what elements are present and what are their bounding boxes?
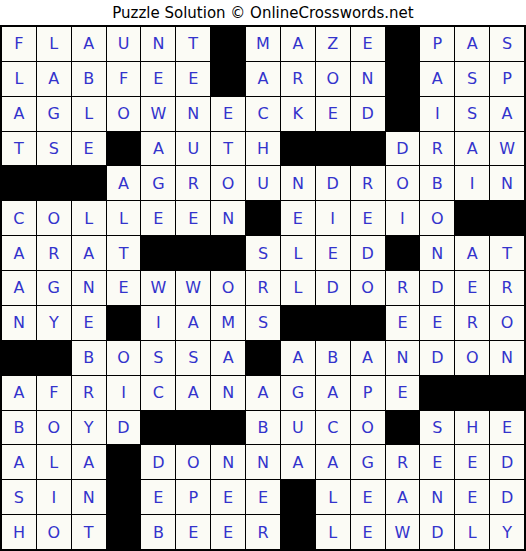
cell-letter: U <box>257 174 269 193</box>
cell-letter: N <box>222 209 234 228</box>
black-cell-r14c9 <box>281 480 315 514</box>
grid-cell-r3c5: W <box>141 97 175 131</box>
grid-cell-r1c15: S <box>490 27 524 61</box>
cell-letter: C <box>257 104 268 123</box>
grid-cell-r6c6: E <box>176 201 210 235</box>
cell-letter: E <box>223 488 233 507</box>
cell-letter: E <box>153 69 163 88</box>
cell-letter: Y <box>502 523 512 542</box>
cell-letter: F <box>119 69 128 88</box>
grid-cell-r11c9: G <box>281 376 315 410</box>
grid-cell-r3c4: O <box>107 97 141 131</box>
cell-letter: S <box>14 488 24 507</box>
black-cell-r12c7 <box>211 411 245 445</box>
cell-letter: E <box>258 488 268 507</box>
cell-letter: H <box>466 418 478 437</box>
cell-letter: E <box>328 104 338 123</box>
grid-cell-r14c2: I <box>37 480 71 514</box>
grid-cell-r5c15: N <box>490 166 524 200</box>
grid-cell-r5c9: N <box>281 166 315 200</box>
grid-cell-r1c8: M <box>246 27 280 61</box>
cell-letter: E <box>153 209 163 228</box>
cell-letter: E <box>153 488 163 507</box>
grid-cell-r9c8: S <box>246 306 280 340</box>
cell-letter: H <box>257 139 269 158</box>
cell-letter: O <box>187 453 200 472</box>
grid-cell-r3c15: A <box>490 97 524 131</box>
black-cell-r6c15 <box>490 201 524 235</box>
grid-cell-r3c7: E <box>211 97 245 131</box>
grid-cell-r14c15: D <box>490 480 524 514</box>
grid-cell-r13c12: R <box>386 445 420 479</box>
cell-letter: Z <box>327 34 338 53</box>
grid-cell-r5c7: O <box>211 166 245 200</box>
cell-letter: P <box>502 69 512 88</box>
grid-cell-r7c14: A <box>455 236 489 270</box>
grid-cell-r5c14: I <box>455 166 489 200</box>
cell-letter: I <box>435 104 440 123</box>
grid-cell-r12c14: H <box>455 411 489 445</box>
cell-letter: W <box>395 523 411 542</box>
cell-letter: R <box>292 69 303 88</box>
cell-letter: A <box>258 383 269 402</box>
grid-cell-r14c5: E <box>141 480 175 514</box>
cell-letter: A <box>13 383 24 402</box>
cell-letter: O <box>117 104 130 123</box>
grid-cell-r10c11: A <box>351 341 385 375</box>
grid-cell-r10c7: A <box>211 341 245 375</box>
cell-letter: D <box>117 418 129 437</box>
grid-cell-r13c2: L <box>37 445 71 479</box>
cell-letter: N <box>83 488 95 507</box>
grid-cell-r12c9: U <box>281 411 315 445</box>
grid-cell-r5c13: B <box>420 166 454 200</box>
cell-letter: B <box>432 174 443 193</box>
cell-letter: M <box>256 34 270 53</box>
grid-cell-r10c15: N <box>490 341 524 375</box>
grid-cell-r8c14: E <box>455 271 489 305</box>
grid-cell-r13c3: A <box>72 445 106 479</box>
grid-cell-r8c15: R <box>490 271 524 305</box>
cell-letter: E <box>397 313 407 332</box>
cell-letter: I <box>51 488 56 507</box>
cell-letter: E <box>84 313 94 332</box>
grid-cell-r9c1: N <box>2 306 36 340</box>
cell-letter: E <box>188 209 198 228</box>
cell-letter: L <box>84 104 93 123</box>
grid-cell-r8c8: R <box>246 271 280 305</box>
cell-letter: R <box>83 383 94 402</box>
grid-cell-r5c10: D <box>316 166 350 200</box>
grid-cell-r11c8: A <box>246 376 280 410</box>
grid-cell-r1c13: P <box>420 27 454 61</box>
cell-letter: N <box>13 313 25 332</box>
cell-letter: E <box>432 453 442 472</box>
grid-cell-r11c12: E <box>386 376 420 410</box>
grid-cell-r2c11: N <box>351 62 385 96</box>
cell-letter: L <box>49 453 58 472</box>
cell-letter: R <box>397 278 408 297</box>
cell-letter: S <box>49 139 59 158</box>
cell-letter: P <box>188 488 198 507</box>
cell-letter: O <box>222 174 235 193</box>
grid-cell-r14c6: P <box>176 480 210 514</box>
grid-cell-r7c10: E <box>316 236 350 270</box>
black-cell-r14c4 <box>107 480 141 514</box>
grid-cell-r4c7: T <box>211 132 245 166</box>
grid-cell-r4c13: R <box>420 132 454 166</box>
cell-letter: L <box>293 244 302 263</box>
cell-letter: R <box>501 278 512 297</box>
grid-cell-r5c8: U <box>246 166 280 200</box>
cell-letter: B <box>13 418 24 437</box>
grid-cell-r2c14: S <box>455 62 489 96</box>
cell-letter: M <box>221 313 235 332</box>
cell-letter: L <box>293 278 302 297</box>
cell-letter: A <box>13 104 24 123</box>
cell-letter: I <box>121 383 126 402</box>
cell-letter: N <box>431 244 443 263</box>
grid-cell-r4c1: T <box>2 132 36 166</box>
cell-letter: A <box>397 488 408 507</box>
grid-cell-r8c1: A <box>2 271 36 305</box>
cell-letter: A <box>502 104 513 123</box>
grid-cell-r11c6: A <box>176 376 210 410</box>
cell-letter: O <box>431 209 444 228</box>
cell-letter: E <box>223 104 233 123</box>
grid-cell-r4c6: U <box>176 132 210 166</box>
cell-letter: T <box>188 34 198 53</box>
grid-cell-r13c7: N <box>211 445 245 479</box>
grid-cell-r11c7: N <box>211 376 245 410</box>
grid-cell-r6c9: E <box>281 201 315 235</box>
cell-letter: B <box>327 348 338 367</box>
cell-letter: T <box>14 139 24 158</box>
cell-letter: N <box>501 348 513 367</box>
cell-letter: C <box>13 209 24 228</box>
grid-cell-r3c8: C <box>246 97 280 131</box>
grid-cell-r11c3: R <box>72 376 106 410</box>
cell-letter: L <box>328 523 337 542</box>
cell-letter: E <box>328 244 338 263</box>
grid-cell-r2c1: L <box>2 62 36 96</box>
cell-letter: T <box>223 139 233 158</box>
grid-cell-r13c10: A <box>316 445 350 479</box>
cell-letter: R <box>432 139 443 158</box>
grid-cell-r8c4: E <box>107 271 141 305</box>
cell-letter: I <box>156 313 161 332</box>
grid-cell-r14c14: E <box>455 480 489 514</box>
cell-letter: N <box>396 348 408 367</box>
cell-letter: S <box>467 69 477 88</box>
cell-letter: C <box>327 418 338 437</box>
cell-letter: D <box>501 488 513 507</box>
grid-cell-r2c8: A <box>246 62 280 96</box>
cell-letter: D <box>361 244 373 263</box>
grid-cell-r15c3: T <box>72 515 106 549</box>
grid-cell-r7c4: T <box>107 236 141 270</box>
grid-cell-r12c4: D <box>107 411 141 445</box>
grid-cell-r15c6: E <box>176 515 210 549</box>
grid-cell-r15c10: L <box>316 515 350 549</box>
grid-cell-r11c1: A <box>2 376 36 410</box>
black-cell-r6c8 <box>246 201 280 235</box>
grid-cell-r15c15: Y <box>490 515 524 549</box>
cell-letter: O <box>117 348 130 367</box>
cell-letter: L <box>49 34 58 53</box>
cell-letter: A <box>118 174 129 193</box>
grid-cell-r14c10: L <box>316 480 350 514</box>
grid-cell-r10c10: B <box>316 341 350 375</box>
black-cell-r6c14 <box>455 201 489 235</box>
cell-letter: O <box>47 523 60 542</box>
grid-cell-r13c6: O <box>176 445 210 479</box>
grid-cell-r4c12: D <box>386 132 420 166</box>
cell-letter: P <box>363 383 373 402</box>
cell-letter: S <box>502 34 512 53</box>
cell-letter: R <box>397 453 408 472</box>
grid-cell-r9c2: Y <box>37 306 71 340</box>
grid-cell-r7c15: T <box>490 236 524 270</box>
cell-letter: W <box>150 104 166 123</box>
black-cell-r7c6 <box>176 236 210 270</box>
cell-letter: I <box>330 209 335 228</box>
grid-cell-r8c6: W <box>176 271 210 305</box>
cell-letter: D <box>431 348 443 367</box>
cell-letter: N <box>292 174 304 193</box>
black-cell-r4c4 <box>107 132 141 166</box>
cell-letter: E <box>467 278 477 297</box>
black-cell-r10c1 <box>2 341 36 375</box>
grid-cell-r6c11: E <box>351 201 385 235</box>
grid-cell-r2c4: F <box>107 62 141 96</box>
grid-cell-r1c14: A <box>455 27 489 61</box>
grid-cell-r1c5: N <box>141 27 175 61</box>
grid-cell-r6c5: E <box>141 201 175 235</box>
cell-letter: A <box>292 34 303 53</box>
cell-letter: E <box>467 488 477 507</box>
grid-cell-r1c4: U <box>107 27 141 61</box>
grid-cell-r9c6: A <box>176 306 210 340</box>
cell-letter: U <box>187 139 199 158</box>
grid-cell-r10c14: O <box>455 341 489 375</box>
grid-cell-r15c12: W <box>386 515 420 549</box>
grid-cell-r9c3: E <box>72 306 106 340</box>
cell-letter: D <box>431 523 443 542</box>
grid-cell-r8c5: W <box>141 271 175 305</box>
black-cell-r11c15 <box>490 376 524 410</box>
grid-cell-r14c12: A <box>386 480 420 514</box>
cell-letter: A <box>83 453 94 472</box>
cell-letter: S <box>258 313 268 332</box>
grid-cell-r11c11: P <box>351 376 385 410</box>
cell-letter: N <box>362 69 374 88</box>
grid-cell-r6c3: L <box>72 201 106 235</box>
cell-letter: O <box>466 348 479 367</box>
black-cell-r10c2 <box>37 341 71 375</box>
grid-cell-r11c4: I <box>107 376 141 410</box>
grid-cell-r4c15: W <box>490 132 524 166</box>
cell-letter: O <box>47 209 60 228</box>
black-cell-r9c11 <box>351 306 385 340</box>
cell-letter: O <box>326 69 339 88</box>
grid-cell-r15c1: H <box>2 515 36 549</box>
black-cell-r12c6 <box>176 411 210 445</box>
grid-cell-r3c2: G <box>37 97 71 131</box>
cell-letter: N <box>431 488 443 507</box>
grid-cell-r3c9: K <box>281 97 315 131</box>
cell-letter: R <box>48 244 59 263</box>
black-cell-r9c4 <box>107 306 141 340</box>
grid-cell-r9c5: I <box>141 306 175 340</box>
cell-letter: H <box>13 523 25 542</box>
cell-letter: A <box>327 453 338 472</box>
cell-letter: O <box>501 313 514 332</box>
grid-cell-r6c1: C <box>2 201 36 235</box>
grid-cell-r1c11: E <box>351 27 385 61</box>
grid-cell-r7c8: S <box>246 236 280 270</box>
grid-cell-r10c12: N <box>386 341 420 375</box>
cell-letter: N <box>501 174 513 193</box>
grid-cell-r2c6: E <box>176 62 210 96</box>
black-cell-r13c4 <box>107 445 141 479</box>
black-cell-r5c2 <box>37 166 71 200</box>
grid-cell-r14c7: E <box>211 480 245 514</box>
cell-letter: A <box>223 348 234 367</box>
cell-letter: E <box>467 453 477 472</box>
cell-letter: A <box>188 383 199 402</box>
cell-letter: G <box>361 453 373 472</box>
cell-letter: P <box>433 34 443 53</box>
grid-cell-r3c11: D <box>351 97 385 131</box>
cell-letter: A <box>292 453 303 472</box>
cell-letter: E <box>84 139 94 158</box>
grid-cell-r15c13: D <box>420 515 454 549</box>
cell-letter: E <box>188 69 198 88</box>
black-cell-r1c7 <box>211 27 245 61</box>
black-cell-r4c11 <box>351 132 385 166</box>
grid-cell-r12c8: B <box>246 411 280 445</box>
cell-letter: A <box>467 244 478 263</box>
cell-letter: T <box>119 244 129 263</box>
crossword-grid: FLAUNTMAZEPASLABFEEARONASPAGLOWNECKEDISA… <box>0 25 526 551</box>
grid-cell-r2c10: O <box>316 62 350 96</box>
grid-cell-r3c3: L <box>72 97 106 131</box>
cell-letter: D <box>152 453 164 472</box>
cell-letter: L <box>328 488 337 507</box>
cell-letter: A <box>13 244 24 263</box>
cell-letter: E <box>223 523 233 542</box>
cell-letter: S <box>258 244 268 263</box>
cell-letter: E <box>363 523 373 542</box>
cell-letter: T <box>502 244 512 263</box>
grid-cell-r8c11: O <box>351 271 385 305</box>
black-cell-r2c7 <box>211 62 245 96</box>
grid-cell-r8c9: L <box>281 271 315 305</box>
grid-cell-r12c15: E <box>490 411 524 445</box>
black-cell-r3c12 <box>386 97 420 131</box>
grid-cell-r9c13: E <box>420 306 454 340</box>
cell-letter: L <box>468 523 477 542</box>
cell-letter: W <box>150 278 166 297</box>
black-cell-r7c5 <box>141 236 175 270</box>
cell-letter: G <box>48 278 60 297</box>
black-cell-r4c10 <box>316 132 350 166</box>
grid-cell-r2c13: A <box>420 62 454 96</box>
grid-cell-r4c3: E <box>72 132 106 166</box>
grid-cell-r4c2: S <box>37 132 71 166</box>
cell-letter: K <box>293 104 304 123</box>
cell-letter: N <box>187 104 199 123</box>
grid-cell-r15c14: L <box>455 515 489 549</box>
black-cell-r9c9 <box>281 306 315 340</box>
grid-cell-r6c12: I <box>386 201 420 235</box>
cell-letter: O <box>222 278 235 297</box>
grid-cell-r7c3: A <box>72 236 106 270</box>
cell-letter: O <box>361 278 374 297</box>
cell-letter: R <box>188 174 199 193</box>
cell-letter: B <box>83 69 94 88</box>
grid-cell-r12c2: O <box>37 411 71 445</box>
grid-cell-r5c12: O <box>386 166 420 200</box>
grid-cell-r6c4: L <box>107 201 141 235</box>
black-cell-r15c4 <box>107 515 141 549</box>
cell-letter: L <box>14 69 23 88</box>
cell-letter: E <box>118 278 128 297</box>
cell-letter: L <box>84 209 93 228</box>
grid-cell-r5c6: R <box>176 166 210 200</box>
cell-letter: A <box>432 69 443 88</box>
cell-letter: A <box>467 139 478 158</box>
grid-cell-r12c10: C <box>316 411 350 445</box>
grid-cell-r8c13: D <box>420 271 454 305</box>
grid-cell-r6c7: N <box>211 201 245 235</box>
black-cell-r5c3 <box>72 166 106 200</box>
cell-letter: E <box>363 34 373 53</box>
grid-cell-r10c4: O <box>107 341 141 375</box>
cell-letter: I <box>400 209 405 228</box>
cell-letter: E <box>363 209 373 228</box>
cell-letter: U <box>118 34 130 53</box>
grid-cell-r3c14: S <box>455 97 489 131</box>
cell-letter: O <box>396 174 409 193</box>
grid-cell-r7c9: L <box>281 236 315 270</box>
grid-cell-r7c1: A <box>2 236 36 270</box>
cell-letter: C <box>153 383 164 402</box>
grid-cell-r5c5: G <box>141 166 175 200</box>
grid-cell-r1c6: T <box>176 27 210 61</box>
black-cell-r7c12 <box>386 236 420 270</box>
grid-cell-r10c5: S <box>141 341 175 375</box>
black-cell-r7c7 <box>211 236 245 270</box>
cell-letter: R <box>257 278 268 297</box>
cell-letter: N <box>222 383 234 402</box>
grid-cell-r13c5: D <box>141 445 175 479</box>
cell-letter: A <box>153 139 164 158</box>
cell-letter: Y <box>84 418 94 437</box>
grid-cell-r6c2: O <box>37 201 71 235</box>
cell-letter: U <box>292 418 304 437</box>
grid-cell-r12c11: O <box>351 411 385 445</box>
cell-letter: N <box>152 34 164 53</box>
grid-cell-r13c15: D <box>490 445 524 479</box>
cell-letter: F <box>14 34 23 53</box>
black-cell-r9c10 <box>316 306 350 340</box>
cell-letter: E <box>188 523 198 542</box>
grid-cell-r15c2: O <box>37 515 71 549</box>
grid-cell-r13c9: A <box>281 445 315 479</box>
grid-cell-r8c2: G <box>37 271 71 305</box>
